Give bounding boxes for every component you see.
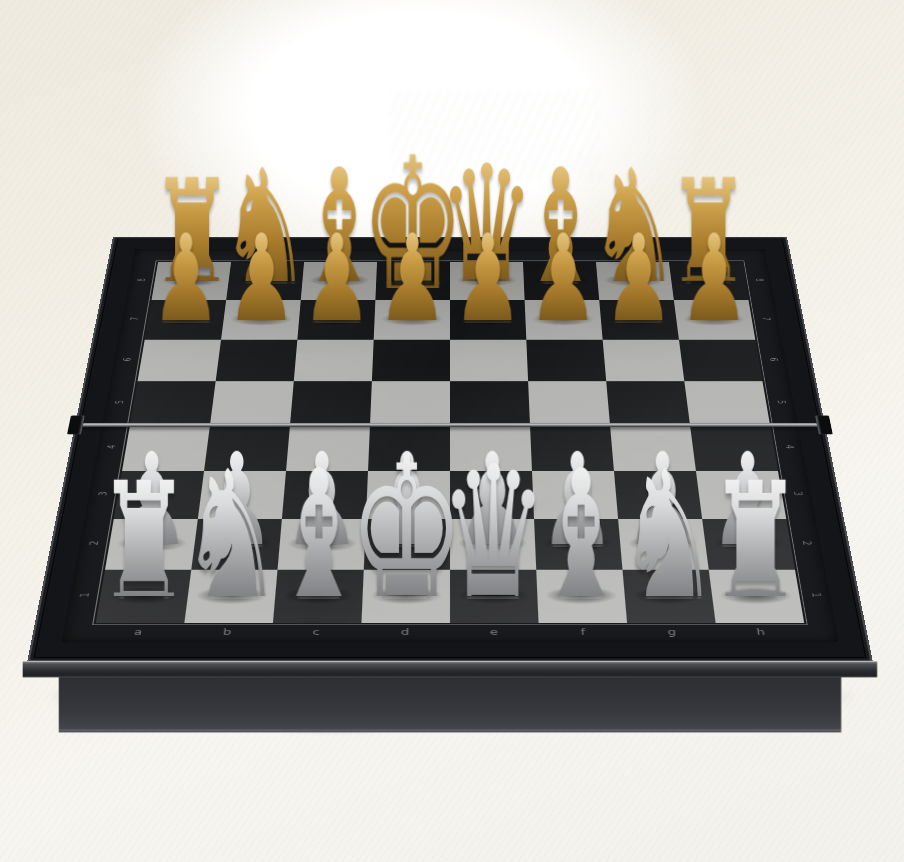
photo-stage: aabbccddeeffgghh8877665544332211 ♜♜♞♞♝♝♚…	[0, 0, 904, 862]
silver-rook-icon: ♜	[708, 460, 804, 633]
gold-pawn-icon: ♟	[679, 219, 750, 348]
silver-knight-icon: ♞	[599, 596, 739, 666]
silver-rook-icon: ♜	[74, 596, 214, 666]
piece-reflection: ♚	[319, 596, 494, 666]
piece-reflection: ♜	[668, 596, 843, 666]
silver-rook-icon: ♜	[686, 596, 826, 666]
silver-bishop-icon: ♝	[511, 596, 651, 666]
piece-reflection: ♞	[581, 596, 756, 666]
perspective-scene: aabbccddeeffgghh8877665544332211 ♜♜♞♞♝♝♚…	[0, 0, 904, 862]
piece-reflection: ♛	[406, 596, 581, 666]
board-front-edge	[23, 661, 878, 731]
piece-body: ♜	[668, 405, 843, 596]
silver-king-icon: ♚	[336, 596, 476, 666]
silver-rook-h1[interactable]: ♜♜	[709, 570, 804, 623]
silver-queen-icon: ♛	[424, 596, 564, 666]
silver-knight-icon: ♞	[162, 596, 302, 666]
piece-reflection: ♝	[232, 596, 407, 666]
piece-reflection: ♜	[57, 596, 232, 666]
piece-body: ♟	[639, 154, 790, 319]
piece-reflection: ♞	[144, 596, 319, 666]
pieces-layer: ♜♜♞♞♝♝♚♚♛♛♝♝♞♞♜♜♟♟♟♟♟♟♟♟♟♟♟♟♟♟♟♟♟♟♟♟♟♟♟♟…	[27, 237, 873, 662]
piece-reflection: ♝	[494, 596, 669, 666]
board-front-shell	[59, 677, 841, 732]
gold-pawn-h7[interactable]: ♟♟	[674, 300, 755, 340]
board-front-lip	[23, 661, 878, 677]
silver-bishop-icon: ♝	[249, 596, 389, 666]
chess-board-frame: aabbccddeeffgghh8877665544332211 ♜♜♞♞♝♝♚…	[27, 237, 873, 662]
